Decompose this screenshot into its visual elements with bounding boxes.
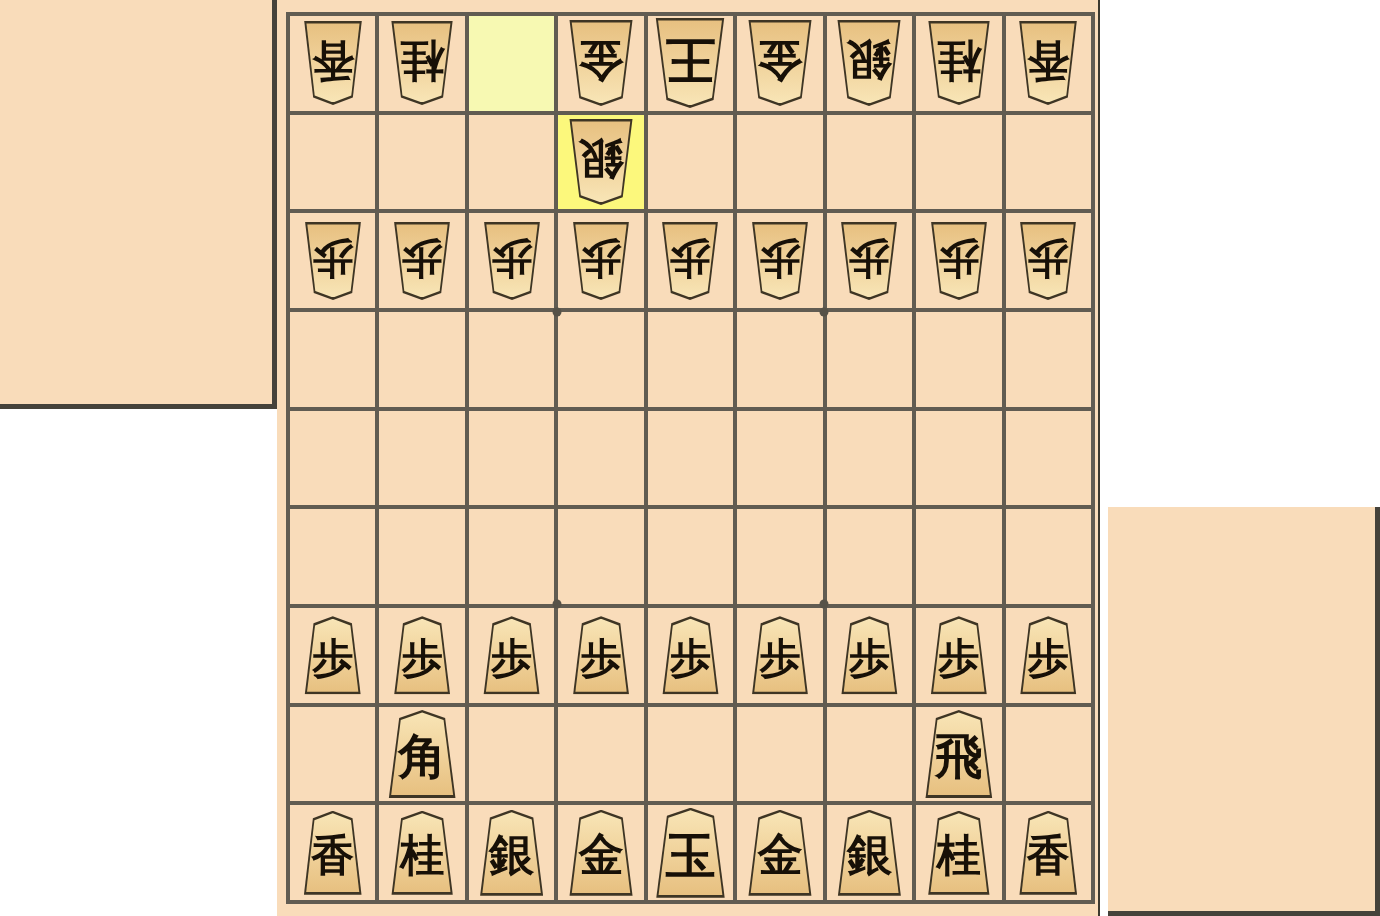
sente-lance-piece: 香 bbox=[1016, 811, 1080, 895]
square-8d[interactable] bbox=[379, 312, 464, 407]
square-3g[interactable]: 歩 bbox=[827, 608, 912, 703]
square-7c[interactable]: 歩 bbox=[469, 213, 554, 308]
square-4a[interactable]: 金 bbox=[737, 16, 822, 111]
sente-gold-piece: 金 bbox=[566, 810, 636, 896]
square-4e[interactable] bbox=[737, 411, 822, 506]
piece-kanji-label: 銀 bbox=[566, 119, 636, 205]
square-6a[interactable]: 金 bbox=[558, 16, 643, 111]
piece-kanji-label: 銀 bbox=[834, 20, 904, 106]
square-5g[interactable]: 歩 bbox=[648, 608, 733, 703]
piece-kanji-label: 歩 bbox=[838, 222, 900, 300]
piece-kanji-label: 歩 bbox=[391, 616, 453, 694]
sente-pawn-piece: 歩 bbox=[1017, 616, 1079, 694]
gote-lance-piece: 香 bbox=[1016, 21, 1080, 105]
square-5a[interactable]: 王 bbox=[648, 16, 733, 111]
gote-gold-piece: 金 bbox=[566, 20, 636, 106]
square-9a[interactable]: 香 bbox=[290, 16, 375, 111]
piece-kanji-label: 歩 bbox=[749, 222, 811, 300]
gote-pawn-piece: 歩 bbox=[481, 222, 543, 300]
piece-kanji-label: 歩 bbox=[838, 616, 900, 694]
square-5i[interactable]: 玉 bbox=[648, 805, 733, 900]
gote-piece-stand bbox=[0, 0, 277, 409]
sente-rook-piece: 飛 bbox=[922, 710, 996, 798]
sente-silver-piece: 銀 bbox=[477, 810, 547, 896]
sente-pawn-piece: 歩 bbox=[838, 616, 900, 694]
sente-pawn-piece: 歩 bbox=[302, 616, 364, 694]
square-4c[interactable]: 歩 bbox=[737, 213, 822, 308]
gote-pawn-piece: 歩 bbox=[659, 222, 721, 300]
square-3f[interactable] bbox=[827, 509, 912, 604]
sente-pawn-piece: 歩 bbox=[749, 616, 811, 694]
square-1b[interactable] bbox=[1006, 115, 1091, 210]
square-1a[interactable]: 香 bbox=[1006, 16, 1091, 111]
piece-kanji-label: 歩 bbox=[1017, 616, 1079, 694]
gote-pawn-piece: 歩 bbox=[928, 222, 990, 300]
square-9c[interactable]: 歩 bbox=[290, 213, 375, 308]
square-2h[interactable]: 飛 bbox=[916, 707, 1001, 802]
square-7h[interactable] bbox=[469, 707, 554, 802]
piece-kanji-label: 玉 bbox=[652, 808, 728, 898]
sente-pawn-piece: 歩 bbox=[481, 616, 543, 694]
square-8f[interactable] bbox=[379, 509, 464, 604]
piece-kanji-label: 桂 bbox=[388, 21, 456, 105]
piece-kanji-label: 銀 bbox=[834, 810, 904, 896]
square-3i[interactable]: 銀 bbox=[827, 805, 912, 900]
sente-pawn-piece: 歩 bbox=[928, 616, 990, 694]
piece-kanji-label: 王 bbox=[652, 18, 728, 108]
square-2d[interactable] bbox=[916, 312, 1001, 407]
gote-pawn-piece: 歩 bbox=[302, 222, 364, 300]
square-4g[interactable]: 歩 bbox=[737, 608, 822, 703]
square-5b[interactable] bbox=[648, 115, 733, 210]
sente-pawn-piece: 歩 bbox=[391, 616, 453, 694]
sente-knight-piece: 桂 bbox=[388, 811, 456, 895]
hoshi-dot bbox=[820, 308, 829, 317]
square-9g[interactable]: 歩 bbox=[290, 608, 375, 703]
gote-knight-piece: 桂 bbox=[925, 21, 993, 105]
square-2b[interactable] bbox=[916, 115, 1001, 210]
piece-kanji-label: 金 bbox=[566, 810, 636, 896]
square-9i[interactable]: 香 bbox=[290, 805, 375, 900]
sente-gold-piece: 金 bbox=[745, 810, 815, 896]
sente-bishop-piece: 角 bbox=[385, 710, 459, 798]
square-1f[interactable] bbox=[1006, 509, 1091, 604]
square-6f[interactable] bbox=[558, 509, 643, 604]
gote-pawn-piece: 歩 bbox=[749, 222, 811, 300]
piece-kanji-label: 金 bbox=[566, 20, 636, 106]
gote-pawn-piece: 歩 bbox=[838, 222, 900, 300]
piece-kanji-label: 歩 bbox=[302, 222, 364, 300]
piece-kanji-label: 桂 bbox=[925, 21, 993, 105]
piece-kanji-label: 歩 bbox=[391, 222, 453, 300]
piece-kanji-label: 歩 bbox=[570, 222, 632, 300]
square-3h[interactable] bbox=[827, 707, 912, 802]
piece-kanji-label: 歩 bbox=[481, 616, 543, 694]
square-2i[interactable]: 桂 bbox=[916, 805, 1001, 900]
square-1c[interactable]: 歩 bbox=[1006, 213, 1091, 308]
square-6h[interactable] bbox=[558, 707, 643, 802]
square-2f[interactable] bbox=[916, 509, 1001, 604]
square-5e[interactable] bbox=[648, 411, 733, 506]
piece-kanji-label: 歩 bbox=[928, 616, 990, 694]
square-3c[interactable]: 歩 bbox=[827, 213, 912, 308]
piece-kanji-label: 香 bbox=[1016, 21, 1080, 105]
gote-pawn-piece: 歩 bbox=[391, 222, 453, 300]
sente-silver-piece: 銀 bbox=[834, 810, 904, 896]
piece-kanji-label: 角 bbox=[385, 710, 459, 798]
square-2g[interactable]: 歩 bbox=[916, 608, 1001, 703]
gote-lance-piece: 香 bbox=[301, 21, 365, 105]
piece-kanji-label: 香 bbox=[301, 811, 365, 895]
piece-kanji-label: 桂 bbox=[925, 811, 993, 895]
sente-knight-piece: 桂 bbox=[925, 811, 993, 895]
square-4i[interactable]: 金 bbox=[737, 805, 822, 900]
square-4f[interactable] bbox=[737, 509, 822, 604]
square-7a[interactable] bbox=[469, 16, 554, 111]
square-8a[interactable]: 桂 bbox=[379, 16, 464, 111]
square-8e[interactable] bbox=[379, 411, 464, 506]
hoshi-dot bbox=[553, 308, 562, 317]
board-grid: 香桂金王金銀桂香銀歩歩歩歩歩歩歩歩歩歩歩歩歩歩歩歩歩歩角飛香桂銀金玉金銀桂香 bbox=[286, 12, 1095, 904]
square-8i[interactable]: 桂 bbox=[379, 805, 464, 900]
piece-kanji-label: 銀 bbox=[477, 810, 547, 896]
hoshi-dot bbox=[553, 600, 562, 609]
square-2c[interactable]: 歩 bbox=[916, 213, 1001, 308]
shogi-board: 香桂金王金銀桂香銀歩歩歩歩歩歩歩歩歩歩歩歩歩歩歩歩歩歩角飛香桂銀金玉金銀桂香 bbox=[277, 0, 1100, 916]
square-8g[interactable]: 歩 bbox=[379, 608, 464, 703]
square-2e[interactable] bbox=[916, 411, 1001, 506]
square-8h[interactable]: 角 bbox=[379, 707, 464, 802]
piece-kanji-label: 歩 bbox=[659, 222, 721, 300]
square-6d[interactable] bbox=[558, 312, 643, 407]
square-9h[interactable] bbox=[290, 707, 375, 802]
gote-gold-piece: 金 bbox=[745, 20, 815, 106]
sente-lance-piece: 香 bbox=[301, 811, 365, 895]
gote-pawn-piece: 歩 bbox=[570, 222, 632, 300]
gote-silver-piece: 銀 bbox=[566, 119, 636, 205]
sente-pawn-piece: 歩 bbox=[659, 616, 721, 694]
hoshi-dot bbox=[820, 600, 829, 609]
square-7e[interactable] bbox=[469, 411, 554, 506]
square-5h[interactable] bbox=[648, 707, 733, 802]
square-7g[interactable]: 歩 bbox=[469, 608, 554, 703]
square-1e[interactable] bbox=[1006, 411, 1091, 506]
square-1i[interactable]: 香 bbox=[1006, 805, 1091, 900]
sente-king-piece: 玉 bbox=[652, 808, 728, 898]
square-5c[interactable]: 歩 bbox=[648, 213, 733, 308]
square-1g[interactable]: 歩 bbox=[1006, 608, 1091, 703]
piece-kanji-label: 香 bbox=[301, 21, 365, 105]
piece-kanji-label: 歩 bbox=[481, 222, 543, 300]
square-5f[interactable] bbox=[648, 509, 733, 604]
piece-kanji-label: 金 bbox=[745, 20, 815, 106]
square-4h[interactable] bbox=[737, 707, 822, 802]
square-7d[interactable] bbox=[469, 312, 554, 407]
piece-kanji-label: 歩 bbox=[928, 222, 990, 300]
gote-king-piece: 王 bbox=[652, 18, 728, 108]
piece-kanji-label: 歩 bbox=[1017, 222, 1079, 300]
square-4d[interactable] bbox=[737, 312, 822, 407]
gote-silver-piece: 銀 bbox=[834, 20, 904, 106]
piece-kanji-label: 香 bbox=[1016, 811, 1080, 895]
square-3e[interactable] bbox=[827, 411, 912, 506]
piece-kanji-label: 金 bbox=[745, 810, 815, 896]
square-5d[interactable] bbox=[648, 312, 733, 407]
square-4b[interactable] bbox=[737, 115, 822, 210]
square-7b[interactable] bbox=[469, 115, 554, 210]
square-9f[interactable] bbox=[290, 509, 375, 604]
piece-kanji-label: 歩 bbox=[570, 616, 632, 694]
square-8b[interactable] bbox=[379, 115, 464, 210]
square-2a[interactable]: 桂 bbox=[916, 16, 1001, 111]
piece-kanji-label: 歩 bbox=[302, 616, 364, 694]
square-7f[interactable] bbox=[469, 509, 554, 604]
square-8c[interactable]: 歩 bbox=[379, 213, 464, 308]
sente-pawn-piece: 歩 bbox=[570, 616, 632, 694]
square-6b[interactable]: 銀 bbox=[558, 115, 643, 210]
piece-kanji-label: 歩 bbox=[659, 616, 721, 694]
piece-kanji-label: 桂 bbox=[388, 811, 456, 895]
sente-piece-stand bbox=[1108, 507, 1380, 916]
piece-kanji-label: 飛 bbox=[922, 710, 996, 798]
square-6c[interactable]: 歩 bbox=[558, 213, 643, 308]
square-3a[interactable]: 銀 bbox=[827, 16, 912, 111]
square-1h[interactable] bbox=[1006, 707, 1091, 802]
square-9b[interactable] bbox=[290, 115, 375, 210]
piece-kanji-label: 歩 bbox=[749, 616, 811, 694]
square-6e[interactable] bbox=[558, 411, 643, 506]
square-3d[interactable] bbox=[827, 312, 912, 407]
square-7i[interactable]: 銀 bbox=[469, 805, 554, 900]
square-3b[interactable] bbox=[827, 115, 912, 210]
square-9e[interactable] bbox=[290, 411, 375, 506]
square-6i[interactable]: 金 bbox=[558, 805, 643, 900]
square-1d[interactable] bbox=[1006, 312, 1091, 407]
gote-knight-piece: 桂 bbox=[388, 21, 456, 105]
square-6g[interactable]: 歩 bbox=[558, 608, 643, 703]
shogi-app: 香桂金王金銀桂香銀歩歩歩歩歩歩歩歩歩歩歩歩歩歩歩歩歩歩角飛香桂銀金玉金銀桂香 bbox=[0, 0, 1380, 916]
gote-pawn-piece: 歩 bbox=[1017, 222, 1079, 300]
square-9d[interactable] bbox=[290, 312, 375, 407]
